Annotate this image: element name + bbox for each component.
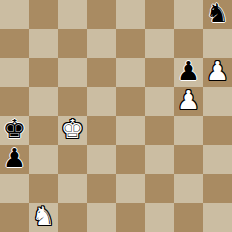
white-pawn-piece[interactable]: ♟ bbox=[206, 57, 229, 86]
square-b7[interactable] bbox=[29, 29, 58, 58]
square-g3[interactable] bbox=[174, 145, 203, 174]
square-d7[interactable] bbox=[87, 29, 116, 58]
square-a5[interactable] bbox=[0, 87, 29, 116]
black-pawn-piece[interactable]: ♟ bbox=[177, 57, 200, 86]
square-c5[interactable] bbox=[58, 87, 87, 116]
square-a3[interactable]: ♟ bbox=[0, 145, 29, 174]
square-b1[interactable]: ♞ bbox=[29, 203, 58, 232]
square-b6[interactable] bbox=[29, 58, 58, 87]
square-e2[interactable] bbox=[116, 174, 145, 203]
chess-board: ♞♟♟♟♚♚♟♞ bbox=[0, 0, 232, 232]
square-g2[interactable] bbox=[174, 174, 203, 203]
square-a7[interactable] bbox=[0, 29, 29, 58]
square-g6[interactable]: ♟ bbox=[174, 58, 203, 87]
square-b5[interactable] bbox=[29, 87, 58, 116]
square-c4[interactable]: ♚ bbox=[58, 116, 87, 145]
square-c8[interactable] bbox=[58, 0, 87, 29]
square-c3[interactable] bbox=[58, 145, 87, 174]
square-b3[interactable] bbox=[29, 145, 58, 174]
black-pawn-piece[interactable]: ♟ bbox=[3, 144, 26, 173]
square-e1[interactable] bbox=[116, 203, 145, 232]
square-f1[interactable] bbox=[145, 203, 174, 232]
square-h1[interactable] bbox=[203, 203, 232, 232]
square-c1[interactable] bbox=[58, 203, 87, 232]
square-a8[interactable] bbox=[0, 0, 29, 29]
square-d8[interactable] bbox=[87, 0, 116, 29]
square-e4[interactable] bbox=[116, 116, 145, 145]
square-e7[interactable] bbox=[116, 29, 145, 58]
square-b2[interactable] bbox=[29, 174, 58, 203]
square-c7[interactable] bbox=[58, 29, 87, 58]
square-a6[interactable] bbox=[0, 58, 29, 87]
white-king-piece[interactable]: ♚ bbox=[61, 115, 84, 144]
square-g1[interactable] bbox=[174, 203, 203, 232]
square-h6[interactable]: ♟ bbox=[203, 58, 232, 87]
square-c6[interactable] bbox=[58, 58, 87, 87]
square-f3[interactable] bbox=[145, 145, 174, 174]
square-e6[interactable] bbox=[116, 58, 145, 87]
square-a1[interactable] bbox=[0, 203, 29, 232]
square-d4[interactable] bbox=[87, 116, 116, 145]
square-e5[interactable] bbox=[116, 87, 145, 116]
square-h2[interactable] bbox=[203, 174, 232, 203]
square-g8[interactable] bbox=[174, 0, 203, 29]
square-e8[interactable] bbox=[116, 0, 145, 29]
black-king-piece[interactable]: ♚ bbox=[3, 115, 26, 144]
square-g7[interactable] bbox=[174, 29, 203, 58]
square-h8[interactable]: ♞ bbox=[203, 0, 232, 29]
square-a2[interactable] bbox=[0, 174, 29, 203]
square-d1[interactable] bbox=[87, 203, 116, 232]
square-f2[interactable] bbox=[145, 174, 174, 203]
square-h5[interactable] bbox=[203, 87, 232, 116]
square-f5[interactable] bbox=[145, 87, 174, 116]
white-pawn-piece[interactable]: ♟ bbox=[177, 86, 200, 115]
white-knight-piece[interactable]: ♞ bbox=[32, 202, 55, 231]
black-knight-piece[interactable]: ♞ bbox=[206, 0, 229, 28]
square-f7[interactable] bbox=[145, 29, 174, 58]
square-h4[interactable] bbox=[203, 116, 232, 145]
square-g4[interactable] bbox=[174, 116, 203, 145]
square-d2[interactable] bbox=[87, 174, 116, 203]
square-h7[interactable] bbox=[203, 29, 232, 58]
square-f6[interactable] bbox=[145, 58, 174, 87]
square-f8[interactable] bbox=[145, 0, 174, 29]
square-d5[interactable] bbox=[87, 87, 116, 116]
square-c2[interactable] bbox=[58, 174, 87, 203]
square-a4[interactable]: ♚ bbox=[0, 116, 29, 145]
square-b8[interactable] bbox=[29, 0, 58, 29]
square-d6[interactable] bbox=[87, 58, 116, 87]
square-h3[interactable] bbox=[203, 145, 232, 174]
square-d3[interactable] bbox=[87, 145, 116, 174]
square-g5[interactable]: ♟ bbox=[174, 87, 203, 116]
square-b4[interactable] bbox=[29, 116, 58, 145]
square-e3[interactable] bbox=[116, 145, 145, 174]
square-f4[interactable] bbox=[145, 116, 174, 145]
